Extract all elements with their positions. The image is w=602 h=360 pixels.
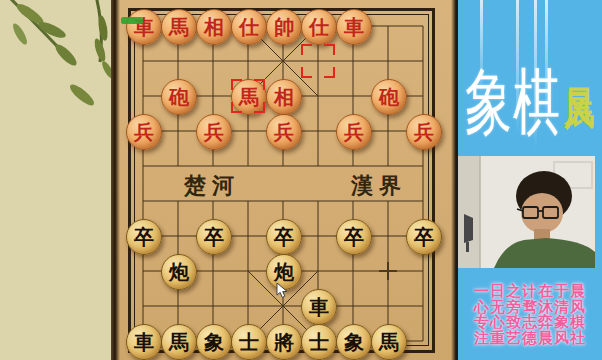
- piece-char: 士: [309, 332, 329, 352]
- piece-red-兵[interactable]: 兵: [336, 114, 372, 150]
- slogan-text: 一日之计在于晨 心无旁骛沐清风 专心致志弈象棋 注重艺德晨风社: [458, 284, 602, 346]
- xiangqi-board[interactable]: 楚河 漢界 車馬相仕帥仕車砲馬相砲兵兵兵兵兵卒卒卒卒卒炮炮車車馬象士將士象馬: [114, 0, 458, 360]
- piece-char: 卒: [344, 227, 364, 247]
- fan-silhouette: [464, 214, 473, 243]
- slogan-line-2: 心无旁骛沐清风: [458, 300, 602, 316]
- piece-black-士[interactable]: 士: [301, 324, 337, 360]
- piece-black-卒[interactable]: 卒: [126, 219, 162, 255]
- person-webcam-image: [458, 156, 595, 268]
- sidebar-panel: 象棋 晨风 一日之计在于晨 心无旁骛沐清风: [458, 0, 602, 360]
- piece-char: 卒: [274, 227, 294, 247]
- channel-logo: 象棋 晨风: [458, 0, 602, 156]
- piece-red-帥[interactable]: 帥: [266, 9, 302, 45]
- piece-char: 士: [239, 332, 259, 352]
- piece-black-卒[interactable]: 卒: [266, 219, 302, 255]
- piece-char: 砲: [379, 87, 399, 107]
- last-move-to-marker: [231, 79, 265, 113]
- piece-red-兵[interactable]: 兵: [266, 114, 302, 150]
- piece-char: 炮: [169, 262, 189, 282]
- piece-char: 帥: [274, 17, 294, 37]
- piece-char: 相: [274, 87, 294, 107]
- piece-char: 兵: [204, 122, 224, 142]
- piece-black-車[interactable]: 車: [126, 324, 162, 360]
- piece-black-卒[interactable]: 卒: [336, 219, 372, 255]
- piece-black-車[interactable]: 車: [301, 289, 337, 325]
- logo-title: 象棋: [465, 54, 561, 152]
- board-left-edge: [111, 0, 120, 360]
- webcam-feed: [458, 156, 595, 268]
- piece-char: 兵: [134, 122, 154, 142]
- face: [521, 193, 563, 233]
- piece-char: 車: [309, 297, 329, 317]
- piece-char: 車: [134, 332, 154, 352]
- cannon-point-marker: [379, 262, 397, 280]
- slogan-line-1: 一日之计在于晨: [458, 284, 602, 300]
- piece-char: 仕: [309, 17, 329, 37]
- piece-char: 卒: [134, 227, 154, 247]
- piece-char: 兵: [274, 122, 294, 142]
- piece-char: 馬: [169, 332, 189, 352]
- last-move-from-marker: [301, 44, 335, 78]
- river-label-right: 漢界: [351, 171, 407, 201]
- piece-red-相[interactable]: 相: [266, 79, 302, 115]
- piece-char: 將: [274, 332, 294, 352]
- board-right-edge: [451, 0, 458, 360]
- piece-black-馬[interactable]: 馬: [161, 324, 197, 360]
- mouse-cursor: [276, 282, 290, 300]
- piece-char: 象: [204, 332, 224, 352]
- piece-char: 兵: [344, 122, 364, 142]
- piece-red-車[interactable]: 車: [336, 9, 372, 45]
- piece-red-車[interactable]: 車: [126, 9, 162, 45]
- piece-char: 馬: [169, 17, 189, 37]
- piece-char: 砲: [169, 87, 189, 107]
- piece-black-象[interactable]: 象: [336, 324, 372, 360]
- bamboo-decoration: [0, 0, 113, 360]
- slogan-line-4: 注重艺德晨风社: [458, 331, 602, 347]
- video-frame: 楚河 漢界 車馬相仕帥仕車砲馬相砲兵兵兵兵兵卒卒卒卒卒炮炮車車馬象士將士象馬 象…: [0, 0, 602, 360]
- watermark-badge: [121, 17, 143, 24]
- piece-black-象[interactable]: 象: [196, 324, 232, 360]
- piece-black-馬[interactable]: 馬: [371, 324, 407, 360]
- piece-char: 馬: [379, 332, 399, 352]
- piece-red-砲[interactable]: 砲: [371, 79, 407, 115]
- river-label-left: 楚河: [184, 171, 240, 201]
- piece-red-砲[interactable]: 砲: [161, 79, 197, 115]
- piece-red-仕[interactable]: 仕: [231, 9, 267, 45]
- piece-black-卒[interactable]: 卒: [406, 219, 442, 255]
- piece-black-士[interactable]: 士: [231, 324, 267, 360]
- piece-char: 卒: [204, 227, 224, 247]
- piece-char: 兵: [414, 122, 434, 142]
- backdrop-left-panel: [0, 0, 113, 360]
- piece-red-兵[interactable]: 兵: [196, 114, 232, 150]
- piece-char: 象: [344, 332, 364, 352]
- piece-red-馬[interactable]: 馬: [161, 9, 197, 45]
- piece-red-仕[interactable]: 仕: [301, 9, 337, 45]
- piece-red-兵[interactable]: 兵: [126, 114, 162, 150]
- piece-red-兵[interactable]: 兵: [406, 114, 442, 150]
- piece-red-相[interactable]: 相: [196, 9, 232, 45]
- piece-char: 炮: [274, 262, 294, 282]
- piece-char: 車: [344, 17, 364, 37]
- piece-black-卒[interactable]: 卒: [196, 219, 232, 255]
- piece-black-將[interactable]: 將: [266, 324, 302, 360]
- piece-char: 相: [204, 17, 224, 37]
- piece-black-炮[interactable]: 炮: [161, 254, 197, 290]
- logo-subtitle: 晨风: [558, 55, 599, 63]
- slogan-line-3: 专心致志弈象棋: [458, 315, 602, 331]
- piece-char: 仕: [239, 17, 259, 37]
- piece-char: 卒: [414, 227, 434, 247]
